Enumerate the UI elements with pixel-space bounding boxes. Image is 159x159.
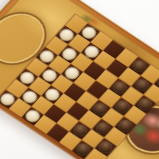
photo-scene bbox=[0, 0, 159, 159]
marquetry-interior bbox=[0, 0, 159, 159]
wooden-game-box bbox=[0, 0, 159, 159]
